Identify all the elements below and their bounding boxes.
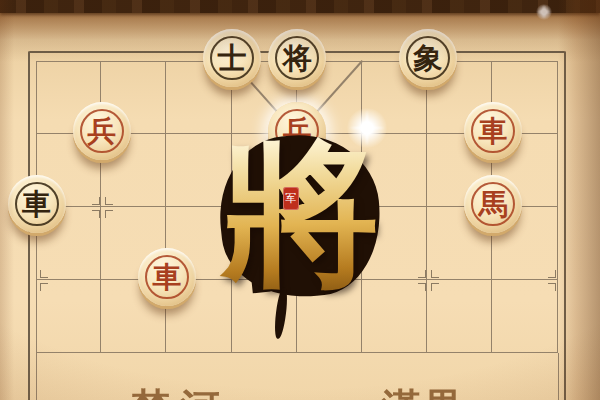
position-marker-corner — [105, 197, 113, 205]
check-seal-stamp: 军 — [283, 187, 299, 210]
position-marker-corner — [548, 283, 556, 291]
position-marker-corner — [431, 283, 439, 291]
piece-red-chariot-b[interactable]: 車 — [138, 248, 196, 306]
piece-character: 象 — [399, 29, 457, 87]
river-edge-line-left — [36, 353, 37, 400]
position-marker-corner — [92, 197, 100, 205]
position-marker-corner — [40, 283, 48, 291]
piece-black-advisor[interactable]: 士 — [203, 29, 261, 87]
table-edge — [0, 0, 600, 13]
river-label-han-border: 漢界 — [381, 381, 465, 400]
piece-character: 馬 — [464, 175, 522, 233]
piece-red-chariot-a[interactable]: 車 — [464, 102, 522, 160]
piece-character: 車 — [138, 248, 196, 306]
position-marker-corner — [105, 210, 113, 218]
position-marker-corner — [418, 270, 426, 278]
check-glyph: 將 — [210, 121, 390, 309]
piece-black-general[interactable]: 将 — [268, 29, 326, 87]
piece-character: 兵 — [73, 102, 131, 160]
piece-character: 将 — [268, 29, 326, 87]
position-marker-corner — [548, 270, 556, 278]
position-marker-corner — [418, 283, 426, 291]
position-marker-corner — [40, 270, 48, 278]
position-marker-corner — [431, 270, 439, 278]
xiangqi-board-screen: 楚河 漢界 士将象兵兵車車馬車 將 军 — [0, 0, 600, 400]
piece-red-soldier-a[interactable]: 兵 — [73, 102, 131, 160]
piece-black-chariot[interactable]: 車 — [8, 175, 66, 233]
piece-black-elephant[interactable]: 象 — [399, 29, 457, 87]
piece-character: 士 — [203, 29, 261, 87]
piece-red-horse[interactable]: 馬 — [464, 175, 522, 233]
piece-character: 車 — [8, 175, 66, 233]
river-edge-line-right — [558, 353, 559, 400]
piece-character: 車 — [464, 102, 522, 160]
position-marker-corner — [92, 210, 100, 218]
river-label-chu-river: 楚河 — [130, 381, 230, 400]
